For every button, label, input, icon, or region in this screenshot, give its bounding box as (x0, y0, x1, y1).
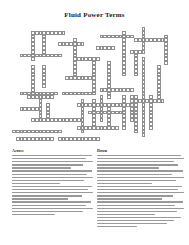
clue-line (97, 161, 174, 162)
crossword-cell[interactable] (92, 92, 96, 96)
clue-line (12, 189, 88, 190)
clue-line (97, 214, 155, 215)
crossword-cell[interactable] (50, 137, 54, 141)
clue-line (97, 223, 167, 224)
crossword-cell[interactable] (122, 73, 126, 77)
clue-line (97, 211, 177, 212)
clue-line (12, 180, 84, 181)
clue-line (97, 180, 176, 181)
clue-line (97, 167, 159, 168)
clue-line (12, 177, 93, 178)
crossword-cell[interactable] (111, 46, 115, 50)
clue-line (12, 161, 93, 162)
crossword-cell[interactable] (100, 118, 104, 122)
down-header: Down (97, 149, 185, 153)
across-clues: Across (12, 149, 94, 217)
clue-line (12, 208, 93, 209)
crossword-cell[interactable] (42, 84, 46, 88)
clue-line (97, 201, 183, 202)
crossword-cell[interactable] (161, 99, 165, 103)
clue-line (12, 214, 55, 215)
crossword-cell[interactable] (142, 133, 146, 137)
crossword-cell[interactable] (96, 137, 100, 141)
clue-line (97, 155, 181, 156)
crossword-grid (12, 27, 172, 141)
crossword-cell[interactable] (134, 73, 138, 77)
crossword-cell[interactable] (134, 130, 138, 134)
clue-line (12, 192, 93, 193)
page-title: Fluid Power Terms (0, 11, 189, 19)
puzzle-page: Fluid Power Terms Across Down (0, 0, 189, 245)
clue-line (97, 158, 184, 159)
clue-line (12, 201, 91, 202)
clue-line (97, 198, 162, 199)
crossword-cell[interactable] (164, 61, 168, 65)
clue-line (12, 158, 86, 159)
clue-line (97, 186, 182, 187)
clue-line (97, 189, 178, 190)
clue-line (12, 186, 92, 187)
clue-line (12, 167, 71, 168)
clue-line (97, 195, 173, 196)
crossword-cell[interactable] (96, 57, 100, 61)
clue-line (97, 217, 181, 218)
clue-line (12, 211, 83, 212)
clue-line (97, 192, 184, 193)
clue-line (12, 198, 68, 199)
crossword-cell[interactable] (115, 126, 119, 130)
clue-line (12, 205, 86, 206)
clue-line (12, 183, 60, 184)
crossword-cell[interactable] (142, 50, 146, 54)
clue-line (97, 183, 152, 184)
crossword-cell[interactable] (50, 95, 54, 99)
down-clue-lines (97, 155, 185, 227)
crossword-cell[interactable] (149, 126, 153, 130)
crossword-cell[interactable] (62, 31, 66, 35)
across-clue-lines (12, 155, 94, 215)
crossword-cell[interactable] (107, 95, 111, 99)
clue-line (12, 164, 83, 165)
clue-line (97, 208, 184, 209)
clue-line (12, 195, 82, 196)
clue-line (97, 220, 174, 221)
clue-line (97, 164, 178, 165)
down-clues: Down (97, 149, 185, 229)
crossword-cell[interactable] (54, 92, 58, 96)
clue-line (12, 170, 92, 171)
clue-line (97, 174, 172, 175)
crossword-cell[interactable] (31, 57, 35, 61)
crossword-cell[interactable] (130, 88, 134, 92)
clue-line (97, 205, 175, 206)
clue-line (12, 155, 92, 156)
clue-line (97, 177, 184, 178)
clue-line (97, 226, 137, 227)
across-header: Across (12, 149, 94, 153)
clue-line (12, 174, 87, 175)
crossword-cell[interactable] (81, 130, 85, 134)
crossword-cell[interactable] (58, 130, 62, 134)
crossword-cell[interactable] (122, 126, 126, 130)
crossword-cell[interactable] (58, 54, 62, 58)
clue-line (97, 170, 183, 171)
crossword-cell[interactable] (81, 42, 85, 46)
